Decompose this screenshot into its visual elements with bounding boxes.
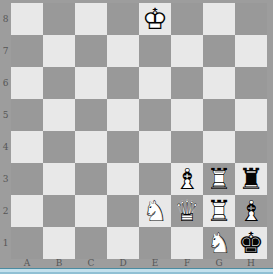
square-f1[interactable]: [171, 227, 203, 259]
square-d4[interactable]: [107, 131, 139, 163]
white-bishop-glyph: ♗: [171, 163, 203, 195]
square-e5[interactable]: [139, 99, 171, 131]
square-e6[interactable]: [139, 67, 171, 99]
square-h6[interactable]: [235, 67, 267, 99]
square-b7[interactable]: [43, 35, 75, 67]
white-king-glyph: ♔: [139, 3, 171, 35]
bottom-edge-line: [0, 268, 273, 274]
file-label-h: H: [235, 258, 267, 268]
square-d3[interactable]: [107, 163, 139, 195]
square-e7[interactable]: [139, 35, 171, 67]
black-rook: ♜: [235, 163, 267, 195]
white-queen-glyph: ♕: [171, 195, 203, 227]
square-g1[interactable]: ♞♘: [203, 227, 235, 259]
file-label-a: A: [11, 258, 43, 268]
file-label-b: B: [43, 258, 75, 268]
square-a8[interactable]: [11, 3, 43, 35]
square-b6[interactable]: [43, 67, 75, 99]
square-h5[interactable]: [235, 99, 267, 131]
square-a6[interactable]: [11, 67, 43, 99]
black-rook-glyph: ♜: [235, 163, 267, 195]
square-b8[interactable]: [43, 3, 75, 35]
white-rook-glyph: ♖: [203, 195, 235, 227]
square-c8[interactable]: [75, 3, 107, 35]
square-a7[interactable]: [11, 35, 43, 67]
file-label-e: E: [139, 258, 171, 268]
white-knight-glyph: ♘: [203, 227, 235, 259]
square-h4[interactable]: [235, 131, 267, 163]
rank-label-1: 1: [0, 227, 11, 259]
square-d8[interactable]: [107, 3, 139, 35]
square-e8[interactable]: ♚♔: [139, 3, 171, 35]
white-bishop: ♝♗: [171, 163, 203, 195]
square-g7[interactable]: [203, 35, 235, 67]
square-f2[interactable]: ♛♕: [171, 195, 203, 227]
square-e4[interactable]: [139, 131, 171, 163]
square-g2[interactable]: ♜♖: [203, 195, 235, 227]
white-rook: ♜♖: [203, 163, 235, 195]
square-g6[interactable]: [203, 67, 235, 99]
square-c2[interactable]: [75, 195, 107, 227]
square-f8[interactable]: [171, 3, 203, 35]
square-b2[interactable]: [43, 195, 75, 227]
white-knight-glyph: ♘: [139, 195, 171, 227]
square-e1[interactable]: [139, 227, 171, 259]
chess-board: ♚♔♝♗♜♖♜♞♘♛♕♜♖♝♗♞♘♚: [11, 3, 267, 259]
white-knight: ♞♘: [203, 227, 235, 259]
square-c4[interactable]: [75, 131, 107, 163]
square-d2[interactable]: [107, 195, 139, 227]
rank-label-2: 2: [0, 195, 11, 227]
square-e2[interactable]: ♞♘: [139, 195, 171, 227]
square-g8[interactable]: [203, 3, 235, 35]
square-h1[interactable]: ♚: [235, 227, 267, 259]
file-label-d: D: [107, 258, 139, 268]
square-f4[interactable]: [171, 131, 203, 163]
square-b3[interactable]: [43, 163, 75, 195]
file-label-g: G: [203, 258, 235, 268]
white-queen: ♛♕: [171, 195, 203, 227]
file-label-f: F: [171, 258, 203, 268]
rank-label-3: 3: [0, 163, 11, 195]
white-bishop: ♝♗: [235, 195, 267, 227]
square-g4[interactable]: [203, 131, 235, 163]
rank-label-6: 6: [0, 67, 11, 99]
square-d5[interactable]: [107, 99, 139, 131]
rank-label-7: 7: [0, 35, 11, 67]
file-label-c: C: [75, 258, 107, 268]
square-a5[interactable]: [11, 99, 43, 131]
square-b1[interactable]: [43, 227, 75, 259]
square-h2[interactable]: ♝♗: [235, 195, 267, 227]
square-a2[interactable]: [11, 195, 43, 227]
square-h8[interactable]: [235, 3, 267, 35]
white-rook: ♜♖: [203, 195, 235, 227]
square-a1[interactable]: [11, 227, 43, 259]
square-d7[interactable]: [107, 35, 139, 67]
square-e3[interactable]: [139, 163, 171, 195]
square-b4[interactable]: [43, 131, 75, 163]
black-king-glyph: ♚: [235, 227, 267, 259]
square-c1[interactable]: [75, 227, 107, 259]
square-f7[interactable]: [171, 35, 203, 67]
white-bishop-glyph: ♗: [235, 195, 267, 227]
square-g3[interactable]: ♜♖: [203, 163, 235, 195]
square-f5[interactable]: [171, 99, 203, 131]
rank-label-5: 5: [0, 99, 11, 131]
square-c5[interactable]: [75, 99, 107, 131]
file-labels: ABCDEFGH: [11, 258, 267, 268]
white-rook-glyph: ♖: [203, 163, 235, 195]
square-a4[interactable]: [11, 131, 43, 163]
square-h7[interactable]: [235, 35, 267, 67]
square-c6[interactable]: [75, 67, 107, 99]
rank-label-8: 8: [0, 3, 11, 35]
rank-labels: 87654321: [0, 3, 11, 259]
square-f6[interactable]: [171, 67, 203, 99]
square-f3[interactable]: ♝♗: [171, 163, 203, 195]
white-king: ♚♔: [139, 3, 171, 35]
white-knight: ♞♘: [139, 195, 171, 227]
square-d6[interactable]: [107, 67, 139, 99]
rank-label-4: 4: [0, 131, 11, 163]
square-h3[interactable]: ♜: [235, 163, 267, 195]
black-king: ♚: [235, 227, 267, 259]
square-b5[interactable]: [43, 99, 75, 131]
square-a3[interactable]: [11, 163, 43, 195]
square-c7[interactable]: [75, 35, 107, 67]
square-g5[interactable]: [203, 99, 235, 131]
square-d1[interactable]: [107, 227, 139, 259]
square-c3[interactable]: [75, 163, 107, 195]
